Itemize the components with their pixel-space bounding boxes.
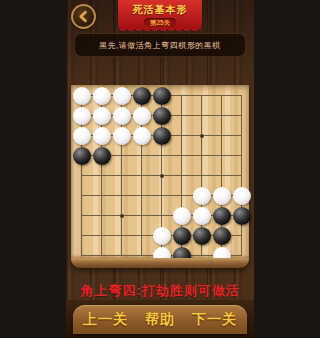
star-point [200, 134, 204, 138]
footer-bar: 上一关 帮助 下一关 [66, 300, 254, 338]
star-point [120, 214, 124, 218]
stone-white[interactable] [193, 207, 211, 225]
stone-white[interactable] [233, 187, 251, 205]
stone-black[interactable] [213, 207, 231, 225]
stone-white[interactable] [73, 107, 91, 125]
stone-white[interactable] [173, 207, 191, 225]
stone-black[interactable] [153, 107, 171, 125]
stone-black[interactable] [133, 87, 151, 105]
stones-layer [81, 95, 242, 256]
stone-black[interactable] [153, 87, 171, 105]
next-level-button[interactable]: 下一关 [192, 311, 237, 329]
stone-black[interactable] [93, 147, 111, 165]
title-banner: 死活基本形 第25关 [118, 0, 202, 27]
app-screen: 死活基本形 第25关 黑先,请做活角上弯四棋形的黑棋 角上弯四:打劫胜则可做活 … [66, 0, 254, 338]
help-button[interactable]: 帮助 [145, 311, 175, 329]
stone-white[interactable] [73, 127, 91, 145]
stone-white[interactable] [93, 127, 111, 145]
hint-caption: 角上弯四:打劫胜则可做活 [66, 282, 254, 300]
prev-level-button[interactable]: 上一关 [83, 311, 128, 329]
stone-black[interactable] [73, 147, 91, 165]
stone-white[interactable] [133, 107, 151, 125]
stone-black[interactable] [193, 227, 211, 245]
stone-white[interactable] [113, 87, 131, 105]
stone-white[interactable] [93, 87, 111, 105]
stone-white[interactable] [153, 227, 171, 245]
back-button[interactable] [71, 4, 96, 29]
go-board[interactable] [71, 85, 249, 268]
stone-black[interactable] [213, 227, 231, 245]
level-badge: 第25关 [144, 18, 176, 27]
stone-white[interactable] [93, 107, 111, 125]
stone-white[interactable] [193, 187, 211, 205]
instruction-text: 黑先,请做活角上弯四棋形的黑棋 [99, 40, 221, 51]
board-surface[interactable] [71, 85, 249, 258]
footer-tab: 上一关 帮助 下一关 [73, 305, 247, 334]
stone-white[interactable] [113, 107, 131, 125]
stone-black[interactable] [173, 227, 191, 245]
stone-black[interactable] [233, 207, 251, 225]
stone-black[interactable] [153, 127, 171, 145]
instruction-panel: 黑先,请做活角上弯四棋形的黑棋 [74, 33, 246, 57]
board-front-edge [71, 258, 249, 268]
stone-white[interactable] [213, 187, 231, 205]
stone-white[interactable] [73, 87, 91, 105]
star-point [160, 174, 164, 178]
stone-white[interactable] [113, 127, 131, 145]
page-title: 死活基本形 [118, 3, 202, 17]
back-arrow-icon [77, 10, 90, 23]
stone-white[interactable] [133, 127, 151, 145]
